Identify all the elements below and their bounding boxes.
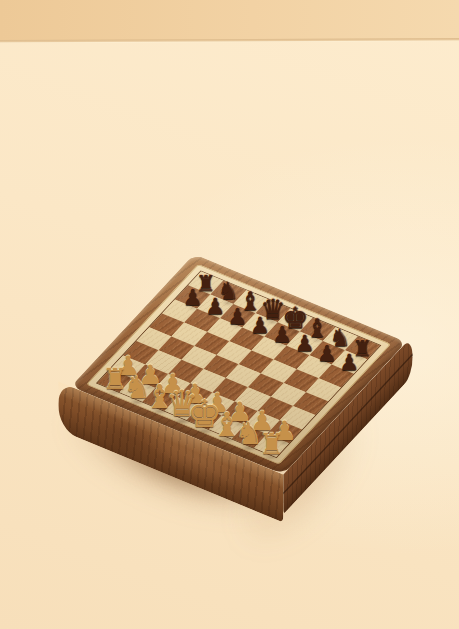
piece-base-shadow	[297, 352, 311, 355]
piece-base-shadow	[239, 446, 259, 450]
piece-black-pawn[interactable]: ♟	[205, 295, 225, 317]
piece-base-shadow	[262, 455, 281, 459]
piece-base-shadow	[106, 390, 125, 394]
piece-base-shadow	[253, 333, 267, 336]
piece-black-pawn[interactable]: ♟	[317, 342, 337, 364]
piece-base-shadow	[208, 315, 222, 318]
wall-floor-seam	[0, 38, 459, 43]
piece-black-pawn[interactable]: ♟	[295, 332, 315, 354]
backdrop-wall	[0, 0, 459, 40]
piece-base-shadow	[230, 324, 244, 327]
chess-set-photo: ♜♞♝♛♚♝♞♜♟♟♟♟♟♟♟♟♟♟♟♟♟♟♟♟♜♞♝♛♚♝♞♜	[0, 0, 459, 629]
piece-black-pawn[interactable]: ♟	[272, 323, 292, 345]
piece-base-shadow	[320, 361, 334, 364]
piece-black-pawn[interactable]: ♟	[339, 351, 359, 373]
piece-base-shadow	[186, 306, 200, 309]
piece-white-rook[interactable]: ♜	[259, 430, 285, 459]
piece-black-pawn[interactable]: ♟	[183, 286, 203, 308]
piece-base-shadow	[275, 343, 289, 346]
piece-black-pawn[interactable]: ♟	[250, 314, 270, 336]
piece-black-pawn[interactable]: ♟	[228, 305, 248, 327]
piece-base-shadow	[342, 370, 356, 373]
